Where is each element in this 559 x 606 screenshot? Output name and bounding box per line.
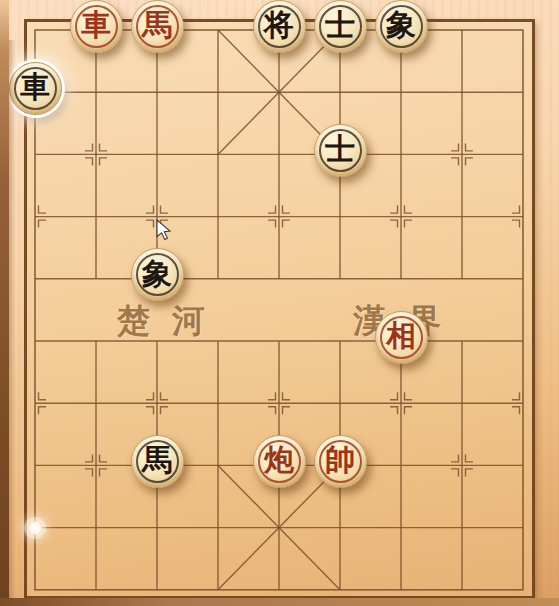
black-chariot[interactable]: 車 bbox=[9, 62, 62, 115]
table-edge-left bbox=[0, 0, 9, 606]
red-chariot[interactable]: 車 bbox=[70, 0, 123, 53]
move-origin-dot[interactable] bbox=[28, 521, 42, 535]
black-advisor[interactable]: 士 bbox=[314, 0, 367, 53]
black-elephant-glyph: 象 bbox=[386, 10, 416, 40]
black-advisor[interactable]: 士 bbox=[314, 124, 367, 177]
red-horse-glyph: 馬 bbox=[142, 10, 172, 40]
red-general[interactable]: 帥 bbox=[314, 435, 367, 488]
black-elephant-glyph: 象 bbox=[142, 259, 172, 289]
red-cannon[interactable]: 炮 bbox=[253, 435, 306, 488]
black-chariot-glyph: 車 bbox=[20, 72, 50, 102]
mouse-cursor-icon bbox=[156, 219, 172, 241]
red-cannon-glyph: 炮 bbox=[264, 445, 294, 475]
black-horse[interactable]: 馬 bbox=[131, 435, 184, 488]
black-horse-glyph: 馬 bbox=[142, 445, 172, 475]
black-elephant[interactable]: 象 bbox=[131, 248, 184, 301]
black-elephant[interactable]: 象 bbox=[375, 0, 428, 53]
red-elephant-glyph: 相 bbox=[386, 321, 416, 351]
black-advisor-glyph: 士 bbox=[325, 10, 355, 40]
black-advisor-glyph: 士 bbox=[325, 134, 355, 164]
black-general[interactable]: 将 bbox=[253, 0, 306, 53]
river-label-chu: 楚河 bbox=[92, 299, 252, 344]
red-general-glyph: 帥 bbox=[325, 445, 355, 475]
xiangqi-app: 楚河 漢界 車馬将士象車士象相馬炮帥 bbox=[0, 0, 559, 606]
red-chariot-glyph: 車 bbox=[81, 10, 111, 40]
red-horse[interactable]: 馬 bbox=[131, 0, 184, 53]
table-edge-bottom bbox=[0, 598, 559, 606]
table-edge-shadow bbox=[9, 40, 16, 606]
red-elephant[interactable]: 相 bbox=[375, 311, 428, 364]
black-general-glyph: 将 bbox=[264, 10, 294, 40]
